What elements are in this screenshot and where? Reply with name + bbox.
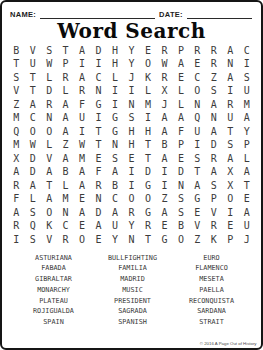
- grid-cell-r3-c14[interactable]: A: [222, 71, 238, 85]
- grid-cell-r8-c10[interactable]: B: [156, 139, 172, 153]
- grid-cell-r15-c13[interactable]: K: [206, 233, 222, 247]
- grid-cell-r7-c9[interactable]: H: [140, 125, 156, 139]
- grid-cell-r8-c4[interactable]: Z: [57, 139, 73, 153]
- grid-cell-r3-c10[interactable]: R: [156, 71, 172, 85]
- grid-cell-r6-c8[interactable]: S: [123, 112, 139, 126]
- word-item: BULLFIGHTING: [108, 254, 157, 262]
- grid-cell-r1-c8[interactable]: Y: [123, 44, 139, 58]
- grid-cell-r15-c4[interactable]: R: [57, 233, 73, 247]
- grid-cell-r9-c2[interactable]: D: [24, 152, 40, 166]
- grid-cell-r5-c8[interactable]: N: [123, 98, 139, 112]
- grid-cell-r6-c14[interactable]: U: [222, 112, 238, 126]
- grid-cell-r4-c4[interactable]: L: [57, 85, 73, 99]
- grid-cell-r9-c3[interactable]: V: [41, 152, 57, 166]
- name-field-line[interactable]: [40, 9, 155, 19]
- grid-cell-r12-c1[interactable]: F: [8, 193, 24, 207]
- grid-cell-r10-c9[interactable]: D: [140, 166, 156, 180]
- grid-cell-r12-c4[interactable]: M: [57, 193, 73, 207]
- word-item: RECONQUISTA: [189, 297, 234, 305]
- grid-cell-r3-c6[interactable]: C: [90, 71, 106, 85]
- grid-cell-r15-c9[interactable]: T: [140, 233, 156, 247]
- grid-cell-r12-c2[interactable]: L: [24, 193, 40, 207]
- grid-cell-r12-c15[interactable]: E: [239, 193, 255, 207]
- grid-cell-r7-c1[interactable]: Q: [8, 125, 24, 139]
- grid-cell-r2-c9[interactable]: O: [140, 58, 156, 72]
- grid-cell-r10-c12[interactable]: T: [189, 166, 205, 180]
- grid-cell-r14-c5[interactable]: E: [74, 220, 90, 234]
- grid-cell-r1-c9[interactable]: E: [140, 44, 156, 58]
- grid-cell-r15-c14[interactable]: P: [222, 233, 238, 247]
- grid-cell-r1-c6[interactable]: D: [90, 44, 106, 58]
- grid-cell-r12-c6[interactable]: N: [90, 193, 106, 207]
- grid-cell-r13-c12[interactable]: E: [189, 206, 205, 220]
- grid-cell-r2-c7[interactable]: H: [107, 58, 123, 72]
- grid-cell-r2-c13[interactable]: R: [206, 58, 222, 72]
- grid-cell-r9-c1[interactable]: X: [8, 152, 24, 166]
- grid-cell-r9-c15[interactable]: L: [239, 152, 255, 166]
- grid-cell-r5-c15[interactable]: M: [239, 98, 255, 112]
- letter-grid: BVSTADHYERPRRACTUWPIIHYOWAERNISTLRACLJKR…: [8, 44, 255, 247]
- grid-cell-r5-c14[interactable]: R: [222, 98, 238, 112]
- grid-cell-r5-c12[interactable]: N: [189, 98, 205, 112]
- grid-cell-r12-c3[interactable]: A: [41, 193, 57, 207]
- grid-cell-r10-c11[interactable]: D: [173, 166, 189, 180]
- grid-cell-r2-c11[interactable]: A: [173, 58, 189, 72]
- grid-cell-r4-c14[interactable]: I: [222, 85, 238, 99]
- grid-cell-r7-c14[interactable]: T: [222, 125, 238, 139]
- grid-cell-r4-c9[interactable]: L: [140, 85, 156, 99]
- grid-cell-r3-c15[interactable]: S: [239, 71, 255, 85]
- grid-cell-r3-c1[interactable]: S: [8, 71, 24, 85]
- grid-cell-r11-c1[interactable]: R: [8, 179, 24, 193]
- grid-cell-r12-c11[interactable]: S: [173, 193, 189, 207]
- word-item: ASTURIANA: [35, 254, 72, 262]
- grid-cell-r14-c4[interactable]: C: [57, 220, 73, 234]
- grid-cell-r13-c13[interactable]: V: [206, 206, 222, 220]
- grid-cell-r7-c2[interactable]: O: [24, 125, 40, 139]
- grid-cell-r7-c15[interactable]: Y: [239, 125, 255, 139]
- grid-cell-r13-c9[interactable]: G: [140, 206, 156, 220]
- grid-cell-r6-c1[interactable]: M: [8, 112, 24, 126]
- grid-cell-r10-c7[interactable]: A: [107, 166, 123, 180]
- grid-cell-r7-c12[interactable]: U: [189, 125, 205, 139]
- grid-cell-r14-c13[interactable]: R: [206, 220, 222, 234]
- grid-cell-r12-c9[interactable]: O: [140, 193, 156, 207]
- grid-cell-r4-c1[interactable]: V: [8, 85, 24, 99]
- grid-cell-r5-c7[interactable]: I: [107, 98, 123, 112]
- grid-cell-r5-c9[interactable]: M: [140, 98, 156, 112]
- grid-cell-r10-c15[interactable]: A: [239, 166, 255, 180]
- word-item: MONARCHY: [37, 286, 70, 294]
- grid-cell-r14-c12[interactable]: V: [189, 220, 205, 234]
- grid-cell-r15-c15[interactable]: J: [239, 233, 255, 247]
- grid-cell-r9-c9[interactable]: T: [140, 152, 156, 166]
- grid-cell-r10-c8[interactable]: I: [123, 166, 139, 180]
- grid-cell-r11-c15[interactable]: T: [239, 179, 255, 193]
- grid-cell-r9-c14[interactable]: A: [222, 152, 238, 166]
- grid-cell-r11-c7[interactable]: B: [107, 179, 123, 193]
- grid-cell-r6-c11[interactable]: A: [173, 112, 189, 126]
- grid-cell-r15-c2[interactable]: S: [24, 233, 40, 247]
- grid-cell-r14-c10[interactable]: E: [156, 220, 172, 234]
- word-item: SPANISH: [118, 318, 147, 326]
- copyright-credit: © 2016 A Page Out of History: [200, 342, 257, 346]
- word-item: FABADA: [41, 264, 66, 272]
- grid-cell-r5-c4[interactable]: A: [57, 98, 73, 112]
- grid-cell-r4-c13[interactable]: S: [206, 85, 222, 99]
- grid-cell-r2-c3[interactable]: W: [41, 58, 57, 72]
- grid-cell-r15-c11[interactable]: O: [173, 233, 189, 247]
- grid-cell-r5-c2[interactable]: A: [24, 98, 40, 112]
- grid-cell-r11-c8[interactable]: I: [123, 179, 139, 193]
- grid-cell-r14-c1[interactable]: R: [8, 220, 24, 234]
- grid-cell-r2-c15[interactable]: I: [239, 58, 255, 72]
- grid-cell-r8-c11[interactable]: P: [173, 139, 189, 153]
- word-column-3: EUROFLAMENCOMESETAPAELLARECONQUISTASARDA…: [172, 254, 251, 327]
- word-item: PLATEAU: [39, 297, 68, 305]
- grid-cell-r10-c2[interactable]: D: [24, 166, 40, 180]
- grid-cell-r7-c11[interactable]: F: [173, 125, 189, 139]
- word-column-2: BULLFIGHTINGFAMILIAMADRIDMUSICPRESIDENTS…: [93, 254, 172, 327]
- grid-cell-r7-c4[interactable]: A: [57, 125, 73, 139]
- grid-cell-r9-c10[interactable]: A: [156, 152, 172, 166]
- grid-cell-r11-c12[interactable]: A: [189, 179, 205, 193]
- grid-cell-r10-c14[interactable]: X: [222, 166, 238, 180]
- grid-cell-r13-c11[interactable]: S: [173, 206, 189, 220]
- grid-cell-r8-c5[interactable]: W: [74, 139, 90, 153]
- name-label: NAME:: [10, 10, 36, 19]
- grid-cell-r13-c14[interactable]: I: [222, 206, 238, 220]
- grid-cell-r11-c14[interactable]: X: [222, 179, 238, 193]
- grid-cell-r8-c14[interactable]: S: [222, 139, 238, 153]
- grid-cell-r8-c15[interactable]: P: [239, 139, 255, 153]
- grid-cell-r13-c3[interactable]: O: [41, 206, 57, 220]
- grid-cell-r8-c12[interactable]: I: [189, 139, 205, 153]
- grid-cell-r12-c14[interactable]: O: [222, 193, 238, 207]
- grid-cell-r1-c12[interactable]: R: [189, 44, 205, 58]
- grid-cell-r5-c3[interactable]: R: [41, 98, 57, 112]
- word-item: GIBRALTAR: [35, 275, 72, 283]
- grid-cell-r14-c7[interactable]: U: [107, 220, 123, 234]
- grid-cell-r10-c1[interactable]: A: [8, 166, 24, 180]
- grid-cell-r4-c2[interactable]: T: [24, 85, 40, 99]
- date-field-line[interactable]: [187, 9, 252, 19]
- grid-cell-r3-c2[interactable]: T: [24, 71, 40, 85]
- grid-cell-r14-c3[interactable]: K: [41, 220, 57, 234]
- grid-cell-r2-c14[interactable]: N: [222, 58, 238, 72]
- grid-cell-r6-c10[interactable]: A: [156, 112, 172, 126]
- grid-cell-r14-c14[interactable]: E: [222, 220, 238, 234]
- grid-cell-r10-c6[interactable]: F: [90, 166, 106, 180]
- grid-cell-r5-c11[interactable]: L: [173, 98, 189, 112]
- grid-cell-r11-c11[interactable]: N: [173, 179, 189, 193]
- grid-cell-r15-c7[interactable]: Y: [107, 233, 123, 247]
- grid-cell-r7-c10[interactable]: A: [156, 125, 172, 139]
- grid-cell-r2-c5[interactable]: I: [74, 58, 90, 72]
- grid-cell-r7-c5[interactable]: I: [74, 125, 90, 139]
- grid-cell-r3-c9[interactable]: K: [140, 71, 156, 85]
- grid-cell-r9-c11[interactable]: E: [173, 152, 189, 166]
- header: NAME: DATE:: [2, 2, 261, 19]
- word-column-1: ASTURIANAFABADAGIBRALTARMONARCHYPLATEAUR…: [14, 254, 93, 327]
- grid-cell-r12-c7[interactable]: C: [107, 193, 123, 207]
- grid-cell-r9-c12[interactable]: S: [189, 152, 205, 166]
- grid-cell-r7-c8[interactable]: H: [123, 125, 139, 139]
- grid-cell-r15-c6[interactable]: E: [90, 233, 106, 247]
- grid-cell-r3-c12[interactable]: C: [189, 71, 205, 85]
- grid-cell-r15-c1[interactable]: I: [8, 233, 24, 247]
- word-item: MESETA: [199, 275, 224, 283]
- grid-cell-r14-c9[interactable]: R: [140, 220, 156, 234]
- word-list: ASTURIANAFABADAGIBRALTARMONARCHYPLATEAUR…: [2, 247, 261, 327]
- grid-cell-r1-c15[interactable]: C: [239, 44, 255, 58]
- grid-cell-r11-c4[interactable]: L: [57, 179, 73, 193]
- grid-cell-r7-c7[interactable]: G: [107, 125, 123, 139]
- grid-cell-r2-c2[interactable]: U: [24, 58, 40, 72]
- grid-cell-r5-c5[interactable]: F: [74, 98, 90, 112]
- grid-cell-r12-c10[interactable]: Z: [156, 193, 172, 207]
- word-item: FLAMENCO: [195, 264, 228, 272]
- word-item: FAMILIA: [118, 264, 147, 272]
- grid-cell-r13-c7[interactable]: A: [107, 206, 123, 220]
- grid-cell-r5-c10[interactable]: J: [156, 98, 172, 112]
- grid-cell-r5-c1[interactable]: Z: [8, 98, 24, 112]
- grid-cell-r12-c5[interactable]: E: [74, 193, 90, 207]
- grid-cell-r1-c4[interactable]: T: [57, 44, 73, 58]
- grid-cell-r14-c11[interactable]: B: [173, 220, 189, 234]
- word-item: SAGRADA: [118, 307, 147, 315]
- word-item: MADRID: [120, 275, 145, 283]
- grid-cell-r15-c10[interactable]: G: [156, 233, 172, 247]
- grid-cell-r6-c4[interactable]: A: [57, 112, 73, 126]
- grid-cell-r11-c6[interactable]: R: [90, 179, 106, 193]
- grid-cell-r2-c1[interactable]: T: [8, 58, 24, 72]
- grid-cell-r6-c6[interactable]: I: [90, 112, 106, 126]
- grid-cell-r2-c6[interactable]: I: [90, 58, 106, 72]
- grid-cell-r6-c7[interactable]: G: [107, 112, 123, 126]
- grid-cell-r11-c9[interactable]: G: [140, 179, 156, 193]
- grid-cell-r13-c8[interactable]: R: [123, 206, 139, 220]
- grid-cell-r13-c10[interactable]: A: [156, 206, 172, 220]
- grid-cell-r1-c3[interactable]: S: [41, 44, 57, 58]
- word-item: ROJIGUALDA: [33, 307, 74, 315]
- grid-cell-r1-c2[interactable]: V: [24, 44, 40, 58]
- grid-cell-r2-c4[interactable]: P: [57, 58, 73, 72]
- grid-cell-r4-c5[interactable]: R: [74, 85, 90, 99]
- grid-cell-r1-c7[interactable]: H: [107, 44, 123, 58]
- grid-cell-r9-c6[interactable]: E: [90, 152, 106, 166]
- grid-cell-r11-c3[interactable]: T: [41, 179, 57, 193]
- grid-cell-r3-c4[interactable]: R: [57, 71, 73, 85]
- grid-cell-r3-c11[interactable]: E: [173, 71, 189, 85]
- worksheet: NAME: DATE: Word Search BVSTADHYERPRRACT…: [0, 0, 263, 350]
- grid-cell-r8-c6[interactable]: T: [90, 139, 106, 153]
- grid-cell-r11-c5[interactable]: A: [74, 179, 90, 193]
- grid-cell-r11-c2[interactable]: A: [24, 179, 40, 193]
- grid-cell-r6-c5[interactable]: U: [74, 112, 90, 126]
- grid-cell-r4-c8[interactable]: I: [123, 85, 139, 99]
- grid-cell-r10-c10[interactable]: I: [156, 166, 172, 180]
- grid-cell-r10-c4[interactable]: B: [57, 166, 73, 180]
- grid-cell-r9-c4[interactable]: A: [57, 152, 73, 166]
- grid-cell-r8-c13[interactable]: D: [206, 139, 222, 153]
- grid-cell-r13-c2[interactable]: S: [24, 206, 40, 220]
- grid-cell-r14-c6[interactable]: A: [90, 220, 106, 234]
- grid-cell-r3-c8[interactable]: J: [123, 71, 139, 85]
- grid-cell-r4-c15[interactable]: U: [239, 85, 255, 99]
- grid-cell-r9-c7[interactable]: S: [107, 152, 123, 166]
- grid-cell-r5-c13[interactable]: A: [206, 98, 222, 112]
- grid-cell-r4-c12[interactable]: O: [189, 85, 205, 99]
- grid-cell-r14-c15[interactable]: U: [239, 220, 255, 234]
- grid-cell-r7-c3[interactable]: O: [41, 125, 57, 139]
- grid-cell-r1-c14[interactable]: A: [222, 44, 238, 58]
- grid-cell-r1-c5[interactable]: A: [74, 44, 90, 58]
- grid-cell-r5-c6[interactable]: G: [90, 98, 106, 112]
- grid-cell-r8-c1[interactable]: M: [8, 139, 24, 153]
- date-label: DATE:: [159, 10, 183, 19]
- grid-cell-r2-c8[interactable]: Y: [123, 58, 139, 72]
- word-item: SPAIN: [43, 318, 63, 326]
- grid-cell-r14-c8[interactable]: Y: [123, 220, 139, 234]
- word-item: MUSIC: [122, 286, 142, 294]
- grid-cell-r1-c10[interactable]: R: [156, 44, 172, 58]
- grid-cell-r12-c13[interactable]: P: [206, 193, 222, 207]
- grid-cell-r13-c5[interactable]: A: [74, 206, 90, 220]
- grid-cell-r1-c13[interactable]: R: [206, 44, 222, 58]
- grid-cell-r11-c13[interactable]: S: [206, 179, 222, 193]
- grid-cell-r15-c3[interactable]: V: [41, 233, 57, 247]
- grid-cell-r3-c3[interactable]: L: [41, 71, 57, 85]
- grid-cell-r11-c10[interactable]: I: [156, 179, 172, 193]
- grid-cell-r15-c8[interactable]: N: [123, 233, 139, 247]
- grid-cell-r10-c5[interactable]: A: [74, 166, 90, 180]
- grid-cell-r4-c7[interactable]: I: [107, 85, 123, 99]
- grid-cell-r10-c3[interactable]: A: [41, 166, 57, 180]
- grid-cell-r2-c12[interactable]: E: [189, 58, 205, 72]
- word-item: PAELLA: [199, 286, 224, 294]
- grid-cell-r12-c12[interactable]: G: [189, 193, 205, 207]
- grid-cell-r8-c7[interactable]: N: [107, 139, 123, 153]
- grid-cell-r6-c15[interactable]: A: [239, 112, 255, 126]
- grid-cell-r12-c8[interactable]: O: [123, 193, 139, 207]
- grid-cell-r9-c13[interactable]: R: [206, 152, 222, 166]
- grid-cell-r6-c2[interactable]: C: [24, 112, 40, 126]
- grid-cell-r6-c12[interactable]: Q: [189, 112, 205, 126]
- grid-cell-r2-c10[interactable]: W: [156, 58, 172, 72]
- grid-cell-r4-c11[interactable]: L: [173, 85, 189, 99]
- grid-cell-r1-c1[interactable]: B: [8, 44, 24, 58]
- grid-cell-r3-c13[interactable]: Z: [206, 71, 222, 85]
- grid-cell-r8-c8[interactable]: H: [123, 139, 139, 153]
- word-item: STRAIT: [199, 318, 224, 326]
- word-item: EURO: [203, 254, 219, 262]
- grid-cell-r4-c6[interactable]: N: [90, 85, 106, 99]
- grid-cell-r10-c13[interactable]: A: [206, 166, 222, 180]
- grid-cell-r14-c2[interactable]: Q: [24, 220, 40, 234]
- grid-cell-r13-c4[interactable]: N: [57, 206, 73, 220]
- word-item: SARDANA: [197, 307, 226, 315]
- grid-cell-r9-c5[interactable]: M: [74, 152, 90, 166]
- grid-cell-r7-c6[interactable]: T: [90, 125, 106, 139]
- grid-cell-r9-c8[interactable]: E: [123, 152, 139, 166]
- grid-cell-r7-c13[interactable]: A: [206, 125, 222, 139]
- grid-cell-r6-c3[interactable]: N: [41, 112, 57, 126]
- grid-cell-r3-c5[interactable]: A: [74, 71, 90, 85]
- grid-cell-r6-c13[interactable]: N: [206, 112, 222, 126]
- grid-cell-r4-c3[interactable]: D: [41, 85, 57, 99]
- page-title: Word Search: [2, 20, 261, 42]
- grid-cell-r6-c9[interactable]: I: [140, 112, 156, 126]
- grid-cell-r4-c10[interactable]: X: [156, 85, 172, 99]
- grid-cell-r8-c2[interactable]: W: [24, 139, 40, 153]
- word-item: PRESIDENT: [114, 297, 151, 305]
- grid-cell-r3-c7[interactable]: L: [107, 71, 123, 85]
- grid-cell-r13-c1[interactable]: A: [8, 206, 24, 220]
- grid-cell-r8-c9[interactable]: T: [140, 139, 156, 153]
- grid-cell-r13-c6[interactable]: D: [90, 206, 106, 220]
- grid-cell-r1-c11[interactable]: P: [173, 44, 189, 58]
- grid-cell-r15-c12[interactable]: Z: [189, 233, 205, 247]
- grid-cell-r8-c3[interactable]: L: [41, 139, 57, 153]
- grid-cell-r15-c5[interactable]: O: [74, 233, 90, 247]
- grid-cell-r13-c15[interactable]: A: [239, 206, 255, 220]
